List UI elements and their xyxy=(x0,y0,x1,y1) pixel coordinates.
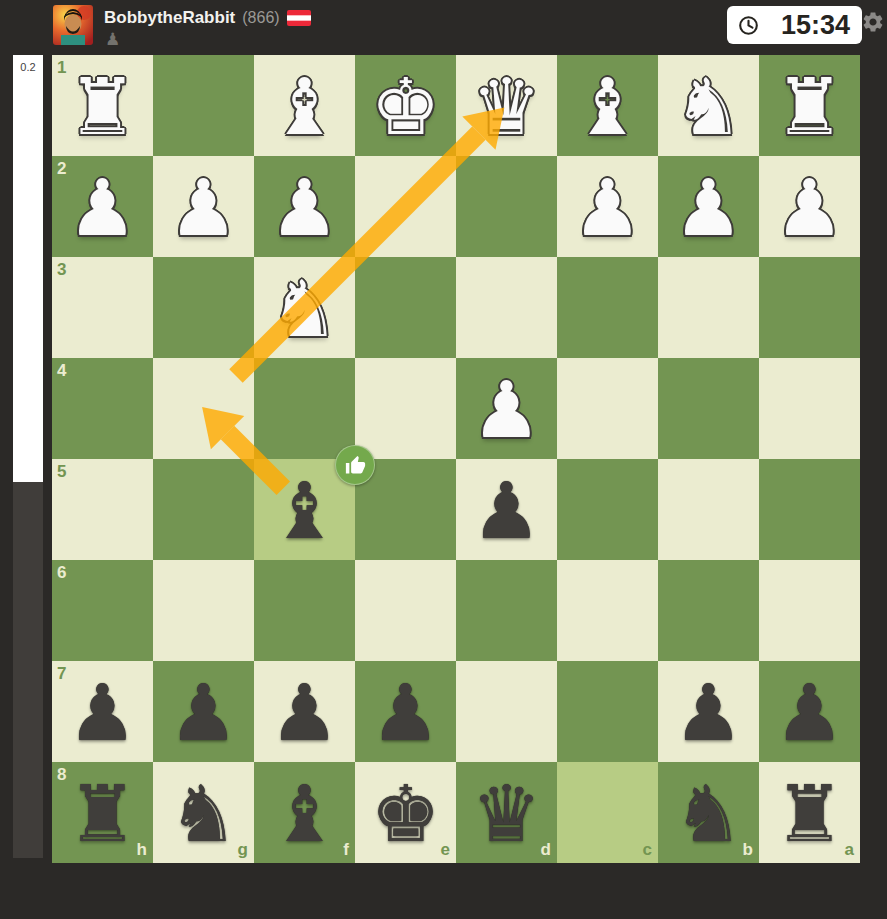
square-e6[interactable] xyxy=(355,560,456,661)
square-c7[interactable] xyxy=(557,661,658,762)
square-b8[interactable]: b♞ xyxy=(658,762,759,863)
square-g6[interactable] xyxy=(153,560,254,661)
square-a2[interactable]: ♟ xyxy=(759,156,860,257)
file-label-c: c xyxy=(643,840,652,860)
rank-label-2: 2 xyxy=(57,159,66,179)
square-h2[interactable]: 2♟ xyxy=(52,156,153,257)
game-screen: BobbytheRabbit (866) ♟ 15:34 xyxy=(0,0,887,919)
evaluation-white-portion: 0.2 xyxy=(13,55,43,482)
black-pawn-d5: ♟ xyxy=(456,459,557,560)
chess-board: 1♜♝♚♛♝♞♜2♟♟♟♟♟♟3♞4♟5♝♟67♟♟♟♟♟♟8h♜g♞f♝e♚d… xyxy=(52,55,860,863)
top-clock-time: 15:34 xyxy=(759,10,850,41)
square-d5[interactable]: ♟ xyxy=(456,459,557,560)
file-label-h: h xyxy=(137,840,147,860)
square-f3[interactable]: ♞ xyxy=(254,257,355,358)
square-e3[interactable] xyxy=(355,257,456,358)
square-f6[interactable] xyxy=(254,560,355,661)
square-g5[interactable] xyxy=(153,459,254,560)
rank-label-8: 8 xyxy=(57,765,66,785)
square-a7[interactable]: ♟ xyxy=(759,661,860,762)
evaluation-bar: 0.2 xyxy=(13,55,43,858)
square-h1[interactable]: 1♜ xyxy=(52,55,153,156)
square-f4[interactable] xyxy=(254,358,355,459)
square-h7[interactable]: 7♟ xyxy=(52,661,153,762)
square-e1[interactable]: ♚ xyxy=(355,55,456,156)
square-d7[interactable] xyxy=(456,661,557,762)
black-pawn-h7: ♟ xyxy=(52,661,153,762)
thumbs-up-icon xyxy=(345,455,366,476)
evaluation-score: 0.2 xyxy=(13,61,43,73)
square-b7[interactable]: ♟ xyxy=(658,661,759,762)
white-king-e1: ♚ xyxy=(355,55,456,156)
square-b4[interactable] xyxy=(658,358,759,459)
square-h4[interactable]: 4 xyxy=(52,358,153,459)
white-queen-d1: ♛ xyxy=(456,55,557,156)
white-pawn-g2: ♟ xyxy=(153,156,254,257)
rank-label-1: 1 xyxy=(57,58,66,78)
square-g4[interactable] xyxy=(153,358,254,459)
black-pawn-b7: ♟ xyxy=(658,661,759,762)
captured-piece-icon-black-pawn: ♟ xyxy=(105,31,120,48)
white-pawn-f2: ♟ xyxy=(254,156,355,257)
white-pawn-a2: ♟ xyxy=(759,156,860,257)
bottom-player-bar: ♟ bansheebray44 (910) xyxy=(0,864,887,919)
black-pawn-g7: ♟ xyxy=(153,661,254,762)
square-f7[interactable]: ♟ xyxy=(254,661,355,762)
square-g8[interactable]: g♞ xyxy=(153,762,254,863)
file-label-a: a xyxy=(845,840,854,860)
black-pawn-e7: ♟ xyxy=(355,661,456,762)
square-a1[interactable]: ♜ xyxy=(759,55,860,156)
top-player-name[interactable]: BobbytheRabbit xyxy=(104,8,235,28)
square-g3[interactable] xyxy=(153,257,254,358)
square-c4[interactable] xyxy=(557,358,658,459)
top-player-rating: (866) xyxy=(242,9,279,27)
avatar-art xyxy=(53,5,93,45)
white-rook-a1: ♜ xyxy=(759,55,860,156)
top-player-info: BobbytheRabbit (866) xyxy=(104,8,311,28)
white-bishop-f1: ♝ xyxy=(254,55,355,156)
square-e2[interactable] xyxy=(355,156,456,257)
clock-icon xyxy=(738,15,759,36)
file-label-f: f xyxy=(343,840,349,860)
square-d8[interactable]: d♛ xyxy=(456,762,557,863)
file-label-d: d xyxy=(541,840,551,860)
square-h5[interactable]: 5 xyxy=(52,459,153,560)
square-h6[interactable]: 6 xyxy=(52,560,153,661)
square-g2[interactable]: ♟ xyxy=(153,156,254,257)
black-bishop-f8: ♝ xyxy=(254,762,355,863)
square-f8[interactable]: f♝ xyxy=(254,762,355,863)
square-a5[interactable] xyxy=(759,459,860,560)
square-c8[interactable]: c xyxy=(557,762,658,863)
square-d6[interactable] xyxy=(456,560,557,661)
white-bishop-c1: ♝ xyxy=(557,55,658,156)
square-f2[interactable]: ♟ xyxy=(254,156,355,257)
good-move-thumbs-up-badge xyxy=(335,445,375,485)
white-pawn-h2: ♟ xyxy=(52,156,153,257)
square-f1[interactable]: ♝ xyxy=(254,55,355,156)
square-a8[interactable]: a♜ xyxy=(759,762,860,863)
square-c1[interactable]: ♝ xyxy=(557,55,658,156)
square-c5[interactable] xyxy=(557,459,658,560)
square-a3[interactable] xyxy=(759,257,860,358)
square-d4[interactable]: ♟ xyxy=(456,358,557,459)
rank-label-4: 4 xyxy=(57,361,66,381)
top-player-bar: BobbytheRabbit (866) ♟ 15:34 xyxy=(0,0,887,55)
white-knight-f3: ♞ xyxy=(254,257,355,358)
square-c6[interactable] xyxy=(557,560,658,661)
square-c2[interactable]: ♟ xyxy=(557,156,658,257)
square-b1[interactable]: ♞ xyxy=(658,55,759,156)
square-a4[interactable] xyxy=(759,358,860,459)
file-label-b: b xyxy=(743,840,753,860)
square-g7[interactable]: ♟ xyxy=(153,661,254,762)
top-player-avatar[interactable] xyxy=(53,5,93,45)
rank-label-6: 6 xyxy=(57,563,66,583)
square-d1[interactable]: ♛ xyxy=(456,55,557,156)
square-e8[interactable]: e♚ xyxy=(355,762,456,863)
file-label-e: e xyxy=(441,840,450,860)
rank-label-3: 3 xyxy=(57,260,66,280)
square-e4[interactable] xyxy=(355,358,456,459)
square-b2[interactable]: ♟ xyxy=(658,156,759,257)
square-e7[interactable]: ♟ xyxy=(355,661,456,762)
square-h3[interactable]: 3 xyxy=(52,257,153,358)
white-pawn-d4: ♟ xyxy=(456,358,557,459)
top-player-clock: 15:34 xyxy=(727,6,862,44)
settings-gear-icon[interactable] xyxy=(861,10,885,34)
square-c3[interactable] xyxy=(557,257,658,358)
black-pawn-a7: ♟ xyxy=(759,661,860,762)
square-d2[interactable] xyxy=(456,156,557,257)
rank-label-5: 5 xyxy=(57,462,66,482)
rank-label-7: 7 xyxy=(57,664,66,684)
white-pawn-c2: ♟ xyxy=(557,156,658,257)
square-h8[interactable]: 8h♜ xyxy=(52,762,153,863)
file-label-g: g xyxy=(238,840,248,860)
square-a6[interactable] xyxy=(759,560,860,661)
austria-flag-icon xyxy=(287,10,311,26)
square-b6[interactable] xyxy=(658,560,759,661)
square-g1[interactable] xyxy=(153,55,254,156)
black-pawn-f7: ♟ xyxy=(254,661,355,762)
white-pawn-b2: ♟ xyxy=(658,156,759,257)
square-d3[interactable] xyxy=(456,257,557,358)
white-rook-h1: ♜ xyxy=(52,55,153,156)
white-knight-b1: ♞ xyxy=(658,55,759,156)
square-b3[interactable] xyxy=(658,257,759,358)
square-b5[interactable] xyxy=(658,459,759,560)
